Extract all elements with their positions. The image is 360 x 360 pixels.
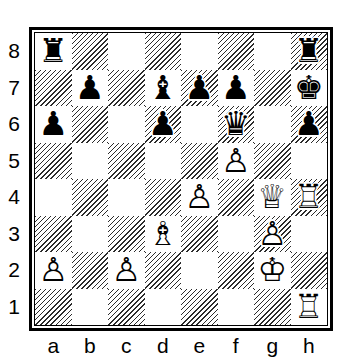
piece-white-queen-g4[interactable]: ♛♕	[254, 179, 291, 216]
square-f5[interactable]: ♟♙	[218, 143, 255, 180]
square-d4[interactable]	[145, 179, 182, 216]
piece-white-bishop-d3[interactable]: ♝♗	[145, 216, 182, 253]
square-c5[interactable]	[108, 143, 145, 180]
square-h3[interactable]	[291, 216, 328, 253]
piece-glyph: ♖	[291, 289, 328, 326]
square-d1[interactable]	[145, 289, 182, 326]
square-b1[interactable]	[72, 289, 109, 326]
square-e1[interactable]	[181, 289, 218, 326]
square-d7[interactable]: ♝♝	[145, 70, 182, 107]
piece-black-bishop-d7[interactable]: ♝♝	[145, 70, 182, 107]
piece-glyph: ♙	[254, 216, 291, 253]
file-label-h: h	[291, 333, 328, 359]
square-g5[interactable]	[254, 143, 291, 180]
square-e3[interactable]	[181, 216, 218, 253]
square-a8[interactable]: ♜♜	[35, 33, 72, 70]
square-g2[interactable]: ♚♔	[254, 252, 291, 289]
rank-label-3: 3	[2, 216, 26, 253]
square-b4[interactable]	[72, 179, 109, 216]
piece-black-queen-f6[interactable]: ♛♛	[218, 106, 255, 143]
square-c2[interactable]: ♟♙	[108, 252, 145, 289]
square-e4[interactable]: ♟♙	[181, 179, 218, 216]
square-h7[interactable]: ♚♚	[291, 70, 328, 107]
piece-black-pawn-b7[interactable]: ♟♟	[72, 70, 109, 107]
square-h6[interactable]: ♟♟	[291, 106, 328, 143]
file-label-f: f	[218, 333, 255, 359]
square-d8[interactable]	[145, 33, 182, 70]
piece-white-pawn-c2[interactable]: ♟♙	[108, 252, 145, 289]
square-c7[interactable]	[108, 70, 145, 107]
square-d5[interactable]	[145, 143, 182, 180]
square-e8[interactable]	[181, 33, 218, 70]
chess-board: ♜♜♜♜♟♟♝♝♟♟♟♟♚♚♟♟♟♟♛♛♟♟♟♙♟♙♛♕♜♖♝♗♟♙♟♙♟♙♚♔…	[29, 27, 333, 331]
square-b8[interactable]	[72, 33, 109, 70]
square-a2[interactable]: ♟♙	[35, 252, 72, 289]
piece-white-pawn-e4[interactable]: ♟♙	[181, 179, 218, 216]
file-label-a: a	[35, 333, 72, 359]
piece-white-pawn-f5[interactable]: ♟♙	[218, 143, 255, 180]
piece-glyph: ♗	[145, 216, 182, 253]
piece-glyph: ♟	[218, 70, 255, 107]
file-label-d: d	[145, 333, 182, 359]
square-g6[interactable]	[254, 106, 291, 143]
square-f6[interactable]: ♛♛	[218, 106, 255, 143]
square-d6[interactable]: ♟♟	[145, 106, 182, 143]
piece-black-rook-h8[interactable]: ♜♜	[291, 33, 328, 70]
piece-black-pawn-e7[interactable]: ♟♟	[181, 70, 218, 107]
rank-label-2: 2	[2, 252, 26, 289]
rank-label-8: 8	[2, 33, 26, 70]
square-f4[interactable]	[218, 179, 255, 216]
piece-white-pawn-g3[interactable]: ♟♙	[254, 216, 291, 253]
file-label-e: e	[181, 333, 218, 359]
rank-label-7: 7	[2, 70, 26, 107]
square-b7[interactable]: ♟♟	[72, 70, 109, 107]
piece-glyph: ♟	[181, 70, 218, 107]
piece-glyph: ♟	[72, 70, 109, 107]
square-h2[interactable]	[291, 252, 328, 289]
piece-glyph: ♙	[35, 252, 72, 289]
piece-glyph: ♜	[35, 33, 72, 70]
rank-label-4: 4	[2, 179, 26, 216]
piece-black-pawn-f7[interactable]: ♟♟	[218, 70, 255, 107]
square-c6[interactable]	[108, 106, 145, 143]
square-f1[interactable]	[218, 289, 255, 326]
file-label-b: b	[72, 333, 109, 359]
piece-glyph: ♔	[254, 252, 291, 289]
piece-glyph: ♝	[145, 70, 182, 107]
piece-glyph: ♟	[35, 106, 72, 143]
square-a7[interactable]	[35, 70, 72, 107]
rank-labels: 87654321	[2, 33, 26, 325]
piece-glyph: ♙	[181, 179, 218, 216]
square-c3[interactable]	[108, 216, 145, 253]
square-f7[interactable]: ♟♟	[218, 70, 255, 107]
piece-black-pawn-a6[interactable]: ♟♟	[35, 106, 72, 143]
rank-label-6: 6	[2, 106, 26, 143]
file-label-c: c	[108, 333, 145, 359]
piece-white-rook-h1[interactable]: ♜♖	[291, 289, 328, 326]
piece-glyph: ♕	[254, 179, 291, 216]
square-a4[interactable]	[35, 179, 72, 216]
square-e5[interactable]	[181, 143, 218, 180]
rank-label-5: 5	[2, 143, 26, 180]
piece-glyph: ♙	[218, 143, 255, 180]
square-g1[interactable]	[254, 289, 291, 326]
piece-black-king-h7[interactable]: ♚♚	[291, 70, 328, 107]
piece-glyph: ♟	[145, 106, 182, 143]
square-b5[interactable]	[72, 143, 109, 180]
piece-white-pawn-a2[interactable]: ♟♙	[35, 252, 72, 289]
rank-label-1: 1	[2, 289, 26, 326]
piece-white-king-g2[interactable]: ♚♔	[254, 252, 291, 289]
piece-glyph: ♚	[291, 70, 328, 107]
square-g7[interactable]	[254, 70, 291, 107]
piece-black-pawn-d6[interactable]: ♟♟	[145, 106, 182, 143]
piece-glyph: ♖	[291, 179, 328, 216]
file-labels: abcdefgh	[35, 333, 327, 359]
square-h1[interactable]: ♜♖	[291, 289, 328, 326]
square-c1[interactable]	[108, 289, 145, 326]
square-e6[interactable]	[181, 106, 218, 143]
square-f8[interactable]	[218, 33, 255, 70]
chess-board-grid: ♜♜♜♜♟♟♝♝♟♟♟♟♚♚♟♟♟♟♛♛♟♟♟♙♟♙♛♕♜♖♝♗♟♙♟♙♟♙♚♔…	[35, 33, 327, 325]
square-h5[interactable]	[291, 143, 328, 180]
piece-black-pawn-h6[interactable]: ♟♟	[291, 106, 328, 143]
piece-white-rook-h4[interactable]: ♜♖	[291, 179, 328, 216]
square-e2[interactable]	[181, 252, 218, 289]
square-a6[interactable]: ♟♟	[35, 106, 72, 143]
square-d3[interactable]: ♝♗	[145, 216, 182, 253]
piece-glyph: ♜	[291, 33, 328, 70]
square-h8[interactable]: ♜♜	[291, 33, 328, 70]
square-g4[interactable]: ♛♕	[254, 179, 291, 216]
square-c4[interactable]	[108, 179, 145, 216]
square-a1[interactable]	[35, 289, 72, 326]
piece-glyph: ♙	[108, 252, 145, 289]
square-a5[interactable]	[35, 143, 72, 180]
square-f3[interactable]	[218, 216, 255, 253]
piece-black-rook-a8[interactable]: ♜♜	[35, 33, 72, 70]
file-label-g: g	[254, 333, 291, 359]
square-d2[interactable]	[145, 252, 182, 289]
chess-board-inner-border: ♜♜♜♜♟♟♝♝♟♟♟♟♚♚♟♟♟♟♛♛♟♟♟♙♟♙♛♕♜♖♝♗♟♙♟♙♟♙♚♔…	[34, 32, 328, 326]
square-e7[interactable]: ♟♟	[181, 70, 218, 107]
square-a3[interactable]	[35, 216, 72, 253]
square-h4[interactable]: ♜♖	[291, 179, 328, 216]
square-f2[interactable]	[218, 252, 255, 289]
piece-glyph: ♛	[218, 106, 255, 143]
piece-glyph: ♟	[291, 106, 328, 143]
square-b2[interactable]	[72, 252, 109, 289]
square-g8[interactable]	[254, 33, 291, 70]
square-b6[interactable]	[72, 106, 109, 143]
square-g3[interactable]: ♟♙	[254, 216, 291, 253]
square-b3[interactable]	[72, 216, 109, 253]
square-c8[interactable]	[108, 33, 145, 70]
